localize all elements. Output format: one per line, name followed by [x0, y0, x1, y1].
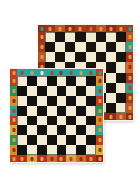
square-e8[interactable] [86, 32, 96, 42]
square-e7[interactable] [57, 86, 67, 96]
square-h4[interactable] [116, 73, 126, 83]
square-c7[interactable] [37, 86, 47, 96]
border-ornament-icon [98, 118, 101, 122]
border-ornament-icon [20, 157, 23, 161]
square-b8[interactable] [55, 32, 65, 42]
square-h3[interactable] [86, 125, 96, 135]
border-tile [38, 25, 45, 32]
border-tile [96, 116, 103, 126]
border-ornament-icon [30, 71, 33, 75]
border-tile [126, 73, 133, 83]
square-h7[interactable] [116, 42, 126, 52]
square-h1[interactable] [116, 103, 126, 113]
square-a7[interactable] [45, 42, 55, 52]
square-f5[interactable] [66, 106, 76, 116]
border-tile [55, 25, 65, 32]
square-e5[interactable] [57, 106, 67, 116]
border-ornament-icon [80, 71, 83, 75]
square-f6[interactable] [66, 96, 76, 106]
border-tile [10, 155, 17, 162]
border-ornament-icon [98, 109, 101, 113]
border-tile [10, 135, 17, 145]
border-tile [10, 96, 17, 106]
square-f3[interactable] [66, 125, 76, 135]
square-b8[interactable] [27, 76, 37, 86]
square-f7[interactable] [96, 42, 106, 52]
square-h5[interactable] [86, 106, 96, 116]
border-ornament-icon [40, 55, 43, 59]
square-h7[interactable] [86, 86, 96, 96]
square-a5[interactable] [17, 106, 27, 116]
border-ornament-icon [40, 35, 43, 39]
square-b3[interactable] [27, 125, 37, 135]
square-a6[interactable] [45, 52, 55, 62]
square-h6[interactable] [86, 96, 96, 106]
border-tile [66, 69, 76, 76]
border-ornament-icon [40, 27, 43, 31]
boards-scene [0, 0, 140, 187]
border-tile [96, 155, 103, 162]
border-ornament-icon [12, 118, 15, 122]
border-tile [38, 32, 45, 42]
border-tile [37, 69, 47, 76]
border-ornament-icon [128, 106, 131, 110]
border-ornament-icon [98, 99, 101, 103]
border-tile [10, 69, 17, 76]
square-d7[interactable] [47, 86, 57, 96]
square-d5[interactable] [47, 106, 57, 116]
square-g1[interactable] [106, 103, 116, 113]
border-ornament-icon [50, 71, 53, 75]
square-b2[interactable] [27, 135, 37, 145]
border-tile [10, 125, 17, 135]
border-tile [106, 113, 116, 120]
border-ornament-icon [70, 71, 73, 75]
square-f8[interactable] [66, 76, 76, 86]
square-c5[interactable] [37, 106, 47, 116]
border-tile [57, 69, 67, 76]
border-tile [10, 106, 17, 116]
border-tile [47, 69, 57, 76]
square-g2[interactable] [106, 93, 116, 103]
border-ornament-icon [128, 76, 131, 80]
square-h2[interactable] [86, 135, 96, 145]
border-tile [86, 155, 96, 162]
square-h6[interactable] [116, 52, 126, 62]
border-ornament-icon [60, 157, 63, 161]
square-f1[interactable] [66, 145, 76, 155]
border-ornament-icon [12, 79, 15, 83]
square-g7[interactable] [76, 86, 86, 96]
square-g6[interactable] [106, 52, 116, 62]
square-e6[interactable] [57, 96, 67, 106]
border-tile [126, 103, 133, 113]
square-c2[interactable] [37, 135, 47, 145]
square-e2[interactable] [57, 135, 67, 145]
border-tile [96, 86, 103, 96]
square-h2[interactable] [116, 93, 126, 103]
border-tile [126, 25, 133, 32]
square-g8[interactable] [106, 32, 116, 42]
border-ornament-icon [128, 86, 131, 90]
border-tile [96, 106, 103, 116]
square-c7[interactable] [65, 42, 75, 52]
border-tile [10, 145, 17, 155]
square-a2[interactable] [17, 135, 27, 145]
border-ornament-icon [98, 128, 101, 132]
square-d7[interactable] [75, 42, 85, 52]
border-ornament-icon [30, 157, 33, 161]
square-g3[interactable] [76, 125, 86, 135]
border-tile [126, 113, 133, 120]
border-tile [45, 25, 55, 32]
border-ornament-icon [128, 55, 131, 59]
border-ornament-icon [70, 157, 73, 161]
border-tile [27, 155, 37, 162]
border-ornament-icon [20, 71, 23, 75]
square-f6[interactable] [96, 52, 106, 62]
square-b5[interactable] [27, 106, 37, 116]
border-tile [17, 69, 27, 76]
border-ornament-icon [12, 138, 15, 142]
border-ornament-icon [40, 45, 43, 49]
border-ornament-icon [98, 71, 101, 75]
border-tile [126, 62, 133, 72]
border-tile [10, 86, 17, 96]
border-ornament-icon [98, 138, 101, 142]
square-f4[interactable] [66, 116, 76, 126]
border-ornament-icon [119, 27, 122, 31]
border-ornament-icon [12, 157, 15, 161]
square-e7[interactable] [86, 42, 96, 52]
border-tile [38, 52, 45, 62]
border-ornament-icon [12, 128, 15, 132]
border-tile [96, 69, 103, 76]
square-g5[interactable] [106, 62, 116, 72]
border-ornament-icon [12, 89, 15, 93]
border-ornament-icon [79, 27, 82, 31]
border-ornament-icon [59, 27, 62, 31]
border-ornament-icon [128, 65, 131, 69]
square-g7[interactable] [106, 42, 116, 52]
border-tile [66, 155, 76, 162]
square-h5[interactable] [116, 62, 126, 72]
border-ornament-icon [109, 27, 112, 31]
square-b7[interactable] [27, 86, 37, 96]
square-g4[interactable] [76, 116, 86, 126]
border-tile [75, 25, 85, 32]
border-ornament-icon [90, 71, 93, 75]
border-tile [96, 96, 103, 106]
border-ornament-icon [99, 27, 102, 31]
square-c8[interactable] [65, 32, 75, 42]
border-tile [57, 155, 67, 162]
border-tile [86, 69, 96, 76]
square-a8[interactable] [17, 76, 27, 86]
square-a6[interactable] [17, 96, 27, 106]
border-ornament-icon [12, 148, 15, 152]
square-b7[interactable] [55, 42, 65, 52]
border-tile [126, 32, 133, 42]
border-tile [38, 42, 45, 52]
border-tile [126, 42, 133, 52]
border-ornament-icon [128, 115, 131, 119]
square-g2[interactable] [76, 135, 86, 145]
border-tile [106, 25, 116, 32]
border-tile [126, 52, 133, 62]
square-h3[interactable] [116, 83, 126, 93]
square-d8[interactable] [75, 32, 85, 42]
square-d4[interactable] [47, 116, 57, 126]
border-ornament-icon [12, 71, 15, 75]
square-d6[interactable] [47, 96, 57, 106]
square-h4[interactable] [86, 116, 96, 126]
square-d8[interactable] [47, 76, 57, 86]
border-ornament-icon [128, 96, 131, 100]
square-a7[interactable] [17, 86, 27, 96]
border-tile [96, 76, 103, 86]
border-tile [76, 69, 86, 76]
border-ornament-icon [98, 89, 101, 93]
border-tile [10, 76, 17, 86]
square-f7[interactable] [66, 86, 76, 96]
border-ornament-icon [12, 109, 15, 113]
border-ornament-icon [128, 27, 131, 31]
board-front [10, 69, 103, 162]
square-a1[interactable] [17, 145, 27, 155]
border-ornament-icon [90, 157, 93, 161]
border-tile [27, 69, 37, 76]
border-tile [37, 155, 47, 162]
border-tile [126, 93, 133, 103]
border-ornament-icon [89, 27, 92, 31]
square-f8[interactable] [96, 32, 106, 42]
border-tile [96, 145, 103, 155]
square-c8[interactable] [37, 76, 47, 86]
border-ornament-icon [128, 45, 131, 49]
square-c6[interactable] [65, 52, 75, 62]
border-tile [10, 116, 17, 126]
border-tile [65, 25, 75, 32]
square-a3[interactable] [17, 125, 27, 135]
square-g4[interactable] [106, 73, 116, 83]
square-h8[interactable] [116, 32, 126, 42]
border-ornament-icon [98, 148, 101, 152]
square-b6[interactable] [55, 52, 65, 62]
square-b1[interactable] [27, 145, 37, 155]
square-e8[interactable] [57, 76, 67, 86]
square-e6[interactable] [86, 52, 96, 62]
square-c6[interactable] [37, 96, 47, 106]
square-h8[interactable] [86, 76, 96, 86]
border-ornament-icon [128, 35, 131, 39]
border-tile [96, 135, 103, 145]
border-tile [126, 83, 133, 93]
border-tile [96, 25, 106, 32]
border-ornament-icon [49, 27, 52, 31]
square-d1[interactable] [47, 145, 57, 155]
border-ornament-icon [50, 157, 53, 161]
border-tile [116, 25, 126, 32]
square-b4[interactable] [27, 116, 37, 126]
square-d2[interactable] [47, 135, 57, 145]
square-e3[interactable] [57, 125, 67, 135]
border-ornament-icon [98, 79, 101, 83]
square-b6[interactable] [27, 96, 37, 106]
square-f2[interactable] [66, 135, 76, 145]
border-tile [96, 125, 103, 135]
border-ornament-icon [60, 71, 63, 75]
border-tile [47, 155, 57, 162]
square-g5[interactable] [76, 106, 86, 116]
border-ornament-icon [119, 115, 122, 119]
border-tile [116, 113, 126, 120]
square-g1[interactable] [76, 145, 86, 155]
square-d3[interactable] [47, 125, 57, 135]
square-g8[interactable] [76, 76, 86, 86]
border-tile [76, 155, 86, 162]
border-ornament-icon [109, 115, 112, 119]
border-ornament-icon [98, 157, 101, 161]
border-tile [17, 155, 27, 162]
square-c1[interactable] [37, 145, 47, 155]
border-ornament-icon [12, 99, 15, 103]
border-tile [86, 25, 96, 32]
square-c3[interactable] [37, 125, 47, 135]
square-g6[interactable] [76, 96, 86, 106]
square-e4[interactable] [57, 116, 67, 126]
border-ornament-icon [80, 157, 83, 161]
border-ornament-icon [40, 157, 43, 161]
square-c4[interactable] [37, 116, 47, 126]
square-d6[interactable] [75, 52, 85, 62]
square-e1[interactable] [57, 145, 67, 155]
border-ornament-icon [69, 27, 72, 31]
square-a8[interactable] [45, 32, 55, 42]
square-h1[interactable] [86, 145, 96, 155]
square-a4[interactable] [17, 116, 27, 126]
border-ornament-icon [40, 71, 43, 75]
square-g3[interactable] [106, 83, 116, 93]
